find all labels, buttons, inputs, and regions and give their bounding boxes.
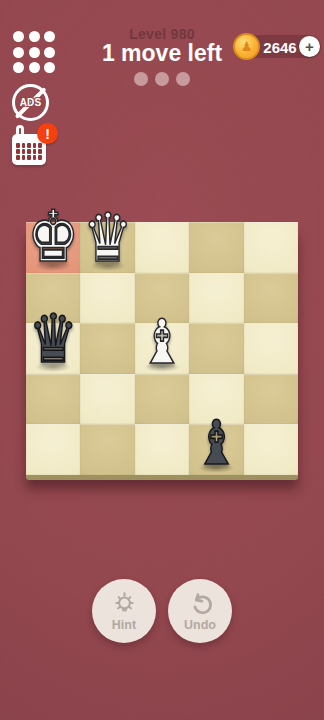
move-progress-dot (134, 72, 148, 86)
board-square-c1[interactable] (135, 424, 189, 475)
board-square-b5[interactable]: ♛ (80, 222, 134, 273)
board-square-d3[interactable] (189, 323, 243, 374)
white-queen[interactable]: ♛ (83, 204, 132, 271)
calendar-grid-cell (33, 149, 37, 154)
board-square-c5[interactable] (135, 222, 189, 273)
board-square-d5[interactable] (189, 222, 243, 273)
board-square-a5[interactable]: ♚ (26, 222, 80, 273)
calendar-grid-cell (33, 155, 37, 160)
calendar-grid-cell (38, 149, 42, 154)
board-square-a2[interactable] (26, 374, 80, 425)
lightbulb-icon (111, 591, 138, 618)
board-square-e4[interactable] (244, 273, 298, 324)
board-square-c2[interactable] (135, 374, 189, 425)
board-square-b2[interactable] (80, 374, 134, 425)
calendar-grid-cell (27, 143, 31, 148)
calendar-grid-cell (22, 155, 26, 160)
board-square-b3[interactable] (80, 323, 134, 374)
board-square-a1[interactable] (26, 424, 80, 475)
coin-pawn-glyph: ♟ (241, 40, 253, 53)
calendar-grid-cell (27, 155, 31, 160)
calendar-grid-cell (22, 143, 26, 148)
undo-button[interactable]: Undo (168, 579, 232, 643)
chess-board: ♚♛♛♝♝ (26, 222, 298, 475)
calendar-grid-cell (38, 143, 42, 148)
board-square-e2[interactable] (244, 374, 298, 425)
board-square-c3[interactable]: ♝ (135, 323, 189, 374)
board-square-e5[interactable] (244, 222, 298, 273)
coin-amount: 2646 (262, 38, 298, 55)
move-progress-dot (155, 72, 169, 86)
coin-icon: ♟ (233, 33, 260, 60)
calendar-grid-cell (38, 155, 42, 160)
calendar-grid-cell (16, 143, 20, 148)
calendar-grid (16, 143, 42, 160)
calendar-grid-cell (33, 143, 37, 148)
footer-buttons: Hint Undo (0, 579, 324, 643)
board-square-a3[interactable]: ♛ (26, 323, 80, 374)
undo-arrow-icon (187, 591, 214, 618)
board-square-d1[interactable]: ♝ (189, 424, 243, 475)
calendar-grid-cell (16, 155, 20, 160)
move-progress-dot (176, 72, 190, 86)
notification-badge: ! (37, 123, 58, 144)
daily-puzzle-calendar-button[interactable]: ! (11, 125, 59, 171)
black-bishop[interactable]: ♝ (194, 413, 239, 474)
remove-ads-button[interactable]: ADS (12, 84, 49, 121)
white-bishop[interactable]: ♝ (140, 312, 185, 373)
board-square-e3[interactable] (244, 323, 298, 374)
app-screen: Level 980 1 move left ♟ 2646 + ADS ! ♚♛♛… (0, 0, 324, 720)
undo-label: Undo (184, 618, 216, 632)
add-coins-button[interactable]: + (299, 36, 320, 57)
hint-label: Hint (112, 618, 136, 632)
ads-label: ADS (12, 84, 49, 121)
black-queen[interactable]: ♛ (29, 306, 78, 373)
board-square-e1[interactable] (244, 424, 298, 475)
white-king[interactable]: ♚ (27, 201, 79, 272)
calendar-grid-cell (22, 149, 26, 154)
plus-icon: + (305, 39, 314, 54)
calendar-grid-cell (27, 149, 31, 154)
board-square-d4[interactable] (189, 273, 243, 324)
calendar-grid-cell (16, 149, 20, 154)
coin-counter: ♟ 2646 + (236, 35, 321, 58)
board-square-b1[interactable] (80, 424, 134, 475)
hint-button[interactable]: Hint (92, 579, 156, 643)
board-square-b4[interactable] (80, 273, 134, 324)
